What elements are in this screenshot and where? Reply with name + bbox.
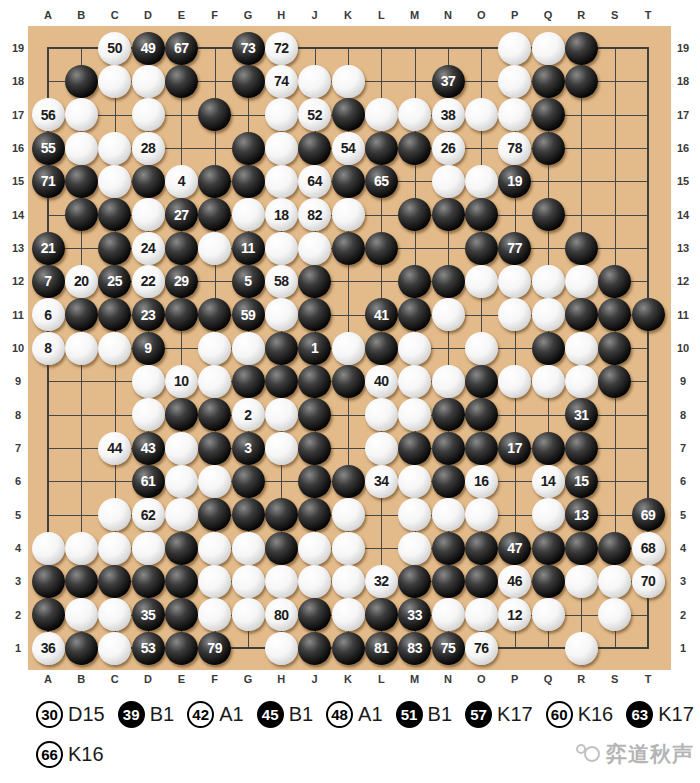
row-label-left: 2 xyxy=(15,609,21,621)
stone-R18 xyxy=(565,65,598,98)
stone-P12 xyxy=(498,265,531,298)
stone-G4 xyxy=(232,532,265,565)
move-number: 24 xyxy=(141,241,156,255)
move-number: 32 xyxy=(374,574,389,588)
col-label-bottom: A xyxy=(44,673,52,685)
move-number: 44 xyxy=(107,441,122,455)
col-label-top: T xyxy=(645,9,652,21)
col-label-top: C xyxy=(111,9,119,21)
stone-M16 xyxy=(398,132,431,165)
row-label-right: 14 xyxy=(677,209,689,221)
stone-P15: 19 xyxy=(498,165,531,198)
move-number: 58 xyxy=(274,274,289,288)
move-number: 79 xyxy=(207,641,222,655)
stone-E1 xyxy=(165,632,198,665)
stone-N18: 37 xyxy=(432,65,465,98)
stone-K4 xyxy=(332,532,365,565)
stone-G19: 73 xyxy=(232,32,265,65)
stone-S3 xyxy=(598,565,631,598)
stone-B16 xyxy=(65,132,98,165)
row-label-right: 15 xyxy=(677,175,689,187)
row-label-left: 13 xyxy=(12,242,24,254)
caption-move: 45B1 xyxy=(257,701,313,728)
stone-L2 xyxy=(365,598,398,631)
col-label-bottom: P xyxy=(511,673,518,685)
stone-O12 xyxy=(465,265,498,298)
stone-D14 xyxy=(132,198,165,231)
stone-G18 xyxy=(232,65,265,98)
stone-B10 xyxy=(65,332,98,365)
stone-C12: 25 xyxy=(98,265,131,298)
col-label-bottom: K xyxy=(344,673,352,685)
stone-D18 xyxy=(132,65,165,98)
stone-D8 xyxy=(132,398,165,431)
stone-O7 xyxy=(465,432,498,465)
stone-K9 xyxy=(332,365,365,398)
stone-Q3 xyxy=(532,565,565,598)
stone-K1 xyxy=(332,632,365,665)
move-number: 70 xyxy=(641,574,656,588)
move-number: 68 xyxy=(641,541,656,555)
caption-move-point: A1 xyxy=(219,703,243,726)
row-label-right: 7 xyxy=(680,442,686,454)
stone-G16 xyxy=(232,132,265,165)
stone-G15 xyxy=(232,165,265,198)
row-label-left: 16 xyxy=(12,142,24,154)
col-label-bottom: L xyxy=(378,673,385,685)
stone-L17 xyxy=(365,98,398,131)
stone-L9: 40 xyxy=(365,365,398,398)
stone-Q7 xyxy=(532,432,565,465)
row-label-right: 11 xyxy=(677,309,689,321)
stone-Q6: 14 xyxy=(532,465,565,498)
stone-N5 xyxy=(432,498,465,531)
stone-F15 xyxy=(198,165,231,198)
stone-J10: 1 xyxy=(298,332,331,365)
stone-D17 xyxy=(132,98,165,131)
stone-N1: 75 xyxy=(432,632,465,665)
col-label-bottom: H xyxy=(277,673,285,685)
stone-E7 xyxy=(165,432,198,465)
stone-H13 xyxy=(265,232,298,265)
move-number: 80 xyxy=(274,608,289,622)
stone-C13 xyxy=(98,232,131,265)
stone-L3: 32 xyxy=(365,565,398,598)
stone-C10 xyxy=(98,332,131,365)
stone-H11 xyxy=(265,298,298,331)
stone-D9 xyxy=(132,365,165,398)
col-label-bottom: F xyxy=(211,673,218,685)
stone-D12: 22 xyxy=(132,265,165,298)
stone-H7 xyxy=(265,432,298,465)
stone-A4 xyxy=(32,532,65,565)
move-number: 41 xyxy=(374,308,389,322)
stone-F13 xyxy=(198,232,231,265)
stone-R11 xyxy=(565,298,598,331)
caption-move-number: 51 xyxy=(396,701,423,728)
stone-N12 xyxy=(432,265,465,298)
stone-A16: 55 xyxy=(32,132,65,165)
stone-T4: 68 xyxy=(632,532,665,565)
caption-move-number: 42 xyxy=(187,701,214,728)
move-number: 34 xyxy=(374,474,389,488)
stone-F1: 79 xyxy=(198,632,231,665)
stone-F7 xyxy=(198,432,231,465)
move-number: 9 xyxy=(144,341,151,355)
caption-line-1: 30D1539B142A145B148A151B157K1760K1663K17 xyxy=(36,701,676,728)
stone-D6: 61 xyxy=(132,465,165,498)
stone-O14 xyxy=(465,198,498,231)
stone-S9 xyxy=(598,365,631,398)
col-label-top: B xyxy=(77,9,85,21)
stone-Q17 xyxy=(532,98,565,131)
stone-K3 xyxy=(332,565,365,598)
stone-J6 xyxy=(298,465,331,498)
stone-O17 xyxy=(465,98,498,131)
stone-R5: 13 xyxy=(565,498,598,531)
move-number: 5 xyxy=(244,274,251,288)
row-label-right: 18 xyxy=(677,75,689,87)
stone-E9: 10 xyxy=(165,365,198,398)
go-diagram-page: AABBCCDDEEFFGGHHJJKKLLMMNNOOPPQQRRSSTT19… xyxy=(0,0,700,783)
stone-L7 xyxy=(365,432,398,465)
col-label-top: L xyxy=(378,9,385,21)
stone-G8: 2 xyxy=(232,398,265,431)
move-number: 15 xyxy=(574,474,589,488)
stone-Q5 xyxy=(532,498,565,531)
stone-O4 xyxy=(465,532,498,565)
move-number: 69 xyxy=(641,508,656,522)
row-label-left: 17 xyxy=(12,109,24,121)
col-label-top: D xyxy=(144,9,152,21)
move-number: 55 xyxy=(41,141,56,155)
row-label-right: 1 xyxy=(680,642,686,654)
stone-S4 xyxy=(598,532,631,565)
stone-E11 xyxy=(165,298,198,331)
row-label-left: 5 xyxy=(15,509,21,521)
stone-H18: 74 xyxy=(265,65,298,98)
row-label-left: 9 xyxy=(15,375,21,387)
move-number: 46 xyxy=(507,574,522,588)
stone-R13 xyxy=(565,232,598,265)
row-label-right: 8 xyxy=(680,409,686,421)
stone-Q2 xyxy=(532,598,565,631)
stone-J13 xyxy=(298,232,331,265)
col-label-bottom: O xyxy=(477,673,486,685)
stone-E19: 67 xyxy=(165,32,198,65)
stone-F6 xyxy=(198,465,231,498)
move-number: 28 xyxy=(141,141,156,155)
stone-H4 xyxy=(265,532,298,565)
stone-Q18 xyxy=(532,65,565,98)
row-label-left: 11 xyxy=(12,309,24,321)
col-label-bottom: C xyxy=(111,673,119,685)
stone-K18 xyxy=(332,65,365,98)
move-number: 82 xyxy=(307,208,322,222)
row-label-left: 18 xyxy=(12,75,24,87)
stone-F3 xyxy=(198,565,231,598)
caption-move: 51B1 xyxy=(396,701,452,728)
stone-R8: 31 xyxy=(565,398,598,431)
col-label-bottom: J xyxy=(312,673,318,685)
col-label-top: N xyxy=(444,9,452,21)
stone-P7: 17 xyxy=(498,432,531,465)
move-number: 10 xyxy=(174,374,189,388)
stone-A15: 71 xyxy=(32,165,65,198)
stone-C15 xyxy=(98,165,131,198)
col-label-top: Q xyxy=(544,9,553,21)
stone-J4 xyxy=(298,532,331,565)
stone-N3 xyxy=(432,565,465,598)
stone-O9 xyxy=(465,365,498,398)
stone-K15 xyxy=(332,165,365,198)
stone-A12: 7 xyxy=(32,265,65,298)
stone-D10: 9 xyxy=(132,332,165,365)
stone-E4 xyxy=(165,532,198,565)
stone-O2 xyxy=(465,598,498,631)
move-number: 64 xyxy=(307,174,322,188)
row-label-right: 3 xyxy=(680,575,686,587)
caption-move-point: B1 xyxy=(428,703,452,726)
stone-E15: 4 xyxy=(165,165,198,198)
stone-D13: 24 xyxy=(132,232,165,265)
move-number: 2 xyxy=(244,408,251,422)
stone-B17 xyxy=(65,98,98,131)
caption-move: 60K16 xyxy=(546,701,614,728)
row-label-right: 19 xyxy=(677,42,689,54)
stone-K14 xyxy=(332,198,365,231)
stone-M9 xyxy=(398,365,431,398)
move-number: 19 xyxy=(507,174,522,188)
stone-M6 xyxy=(398,465,431,498)
stone-G7: 3 xyxy=(232,432,265,465)
stone-B11 xyxy=(65,298,98,331)
move-number: 52 xyxy=(307,108,322,122)
stone-N11 xyxy=(432,298,465,331)
stone-E3 xyxy=(165,565,198,598)
stone-N14 xyxy=(432,198,465,231)
col-label-top: H xyxy=(277,9,285,21)
caption-move: 66K16 xyxy=(36,741,104,768)
stone-B1 xyxy=(65,632,98,665)
col-label-bottom: B xyxy=(77,673,85,685)
row-label-right: 17 xyxy=(677,109,689,121)
stone-R1 xyxy=(565,632,598,665)
stone-N15 xyxy=(432,165,465,198)
stone-G5 xyxy=(232,498,265,531)
stone-C7: 44 xyxy=(98,432,131,465)
move-number: 22 xyxy=(141,274,156,288)
stone-R19 xyxy=(565,32,598,65)
caption-move-number: 30 xyxy=(36,701,63,728)
stone-K6 xyxy=(332,465,365,498)
caption-move-point: D15 xyxy=(68,703,105,726)
move-number: 78 xyxy=(507,141,522,155)
stone-M7 xyxy=(398,432,431,465)
stone-E18 xyxy=(165,65,198,98)
stone-F4 xyxy=(198,532,231,565)
row-label-right: 9 xyxy=(680,375,686,387)
stone-Q10 xyxy=(532,332,565,365)
stone-C19: 50 xyxy=(98,32,131,65)
stone-H8 xyxy=(265,398,298,431)
stone-J9 xyxy=(298,365,331,398)
stone-O6: 16 xyxy=(465,465,498,498)
move-number: 26 xyxy=(441,141,456,155)
stone-M12 xyxy=(398,265,431,298)
col-label-top: M xyxy=(410,9,419,21)
stone-Q4 xyxy=(532,532,565,565)
row-label-left: 6 xyxy=(15,475,21,487)
stone-P4: 47 xyxy=(498,532,531,565)
col-label-bottom: Q xyxy=(544,673,553,685)
stone-N4 xyxy=(432,532,465,565)
row-label-left: 14 xyxy=(12,209,24,221)
caption-move-number: 45 xyxy=(257,701,284,728)
row-label-right: 13 xyxy=(677,242,689,254)
stone-O5 xyxy=(465,498,498,531)
row-label-right: 16 xyxy=(677,142,689,154)
row-label-left: 1 xyxy=(15,642,21,654)
stone-H17 xyxy=(265,98,298,131)
stone-B15 xyxy=(65,165,98,198)
stone-R4 xyxy=(565,532,598,565)
move-number: 11 xyxy=(241,241,255,255)
move-number: 75 xyxy=(441,641,456,655)
stone-L15: 65 xyxy=(365,165,398,198)
move-number: 20 xyxy=(74,274,89,288)
row-label-right: 6 xyxy=(680,475,686,487)
stone-N8 xyxy=(432,398,465,431)
stone-L11: 41 xyxy=(365,298,398,331)
stone-E6 xyxy=(165,465,198,498)
stone-K16: 54 xyxy=(332,132,365,165)
caption-move-number: 48 xyxy=(326,701,353,728)
move-number: 4 xyxy=(178,174,185,188)
move-number: 3 xyxy=(244,441,251,455)
move-number: 73 xyxy=(241,41,256,55)
stone-D7: 43 xyxy=(132,432,165,465)
stone-J18 xyxy=(298,65,331,98)
stone-N9 xyxy=(432,365,465,398)
caption-move-number: 66 xyxy=(36,741,63,768)
move-number: 53 xyxy=(141,641,156,655)
col-label-top: S xyxy=(611,9,618,21)
move-number: 83 xyxy=(407,641,422,655)
move-number: 6 xyxy=(44,308,51,322)
caption-move-point: A1 xyxy=(358,703,382,726)
stone-M4 xyxy=(398,532,431,565)
caption-move-point: K16 xyxy=(578,703,614,726)
caption-move: 42A1 xyxy=(187,701,243,728)
col-label-bottom: G xyxy=(244,673,253,685)
stone-T11 xyxy=(632,298,665,331)
stone-P3: 46 xyxy=(498,565,531,598)
stone-O15 xyxy=(465,165,498,198)
stone-N16: 26 xyxy=(432,132,465,165)
stone-E2 xyxy=(165,598,198,631)
stone-E13 xyxy=(165,232,198,265)
col-label-top: P xyxy=(511,9,518,21)
stone-G3 xyxy=(232,565,265,598)
caption-move-number: 60 xyxy=(546,701,573,728)
stone-K13 xyxy=(332,232,365,265)
stone-G10 xyxy=(232,332,265,365)
caption-move: 48A1 xyxy=(326,701,382,728)
col-label-top: K xyxy=(344,9,352,21)
caption-move-point: B1 xyxy=(150,703,174,726)
move-number: 38 xyxy=(441,108,456,122)
stone-Q14 xyxy=(532,198,565,231)
col-label-bottom: N xyxy=(444,673,452,685)
stone-E8 xyxy=(165,398,198,431)
move-number: 35 xyxy=(141,608,156,622)
stone-A11: 6 xyxy=(32,298,65,331)
move-number: 17 xyxy=(507,441,522,455)
caption-move-number: 57 xyxy=(465,701,492,728)
move-number: 33 xyxy=(407,608,422,622)
row-label-right: 2 xyxy=(680,609,686,621)
col-label-bottom: R xyxy=(577,673,585,685)
stone-G2 xyxy=(232,598,265,631)
row-label-right: 5 xyxy=(680,509,686,521)
caption-move: 57K17 xyxy=(465,701,533,728)
move-number: 77 xyxy=(507,241,522,255)
stone-D2: 35 xyxy=(132,598,165,631)
stone-C4 xyxy=(98,532,131,565)
stone-D3 xyxy=(132,565,165,598)
move-number: 16 xyxy=(474,474,489,488)
stone-F9 xyxy=(198,365,231,398)
move-number: 47 xyxy=(507,541,522,555)
row-label-left: 7 xyxy=(15,442,21,454)
stone-E14: 27 xyxy=(165,198,198,231)
stone-K17 xyxy=(332,98,365,131)
stone-P16: 78 xyxy=(498,132,531,165)
stone-D5: 62 xyxy=(132,498,165,531)
stone-Q16 xyxy=(532,132,565,165)
stone-H19: 72 xyxy=(265,32,298,65)
stone-O10 xyxy=(465,332,498,365)
stone-L6: 34 xyxy=(365,465,398,498)
row-label-left: 3 xyxy=(15,575,21,587)
stone-H9 xyxy=(265,365,298,398)
stone-J16 xyxy=(298,132,331,165)
row-label-left: 10 xyxy=(12,342,24,354)
stone-R9 xyxy=(565,365,598,398)
stone-H15 xyxy=(265,165,298,198)
stone-K10 xyxy=(332,332,365,365)
move-number: 43 xyxy=(141,441,156,455)
move-number: 40 xyxy=(374,374,389,388)
stone-S12 xyxy=(598,265,631,298)
caption-move: 63K17 xyxy=(626,701,694,728)
stone-P19 xyxy=(498,32,531,65)
stone-J1 xyxy=(298,632,331,665)
watermark-text: 弈道秋声 xyxy=(606,740,694,768)
stone-C16 xyxy=(98,132,131,165)
move-number: 71 xyxy=(41,174,56,188)
stone-H10 xyxy=(265,332,298,365)
stone-O13 xyxy=(465,232,498,265)
col-label-bottom: E xyxy=(178,673,185,685)
move-number: 18 xyxy=(274,208,289,222)
stone-C3 xyxy=(98,565,131,598)
stone-K2 xyxy=(332,598,365,631)
caption-move-number: 63 xyxy=(626,701,653,728)
move-number: 21 xyxy=(41,241,56,255)
caption-move: 39B1 xyxy=(118,701,174,728)
